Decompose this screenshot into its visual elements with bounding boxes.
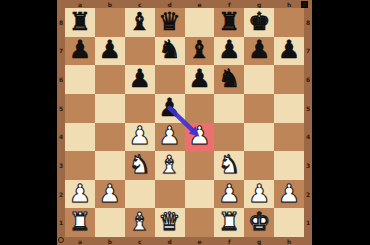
square-e7[interactable]: ♝ bbox=[185, 37, 215, 66]
file-label-h: h bbox=[274, 237, 304, 245]
file-label-d: d bbox=[155, 0, 185, 8]
file-label-b: b bbox=[95, 0, 125, 8]
rank-label-3: 3 bbox=[57, 151, 65, 180]
square-d8[interactable]: ♛ bbox=[155, 8, 185, 37]
square-h1[interactable] bbox=[274, 208, 304, 237]
square-h5[interactable] bbox=[274, 94, 304, 123]
file-label-a: a bbox=[65, 0, 95, 8]
board-squares: ♜♝♛♜♚♟♟♞♝♟♟♟♟♟♞♟♟♟♟♞♝♞♟♟♟♟♟♜♝♛♜♚ bbox=[65, 8, 304, 237]
rank-label-1: 1 bbox=[57, 208, 65, 237]
rank-label-8: 8 bbox=[57, 8, 65, 37]
square-d7[interactable]: ♞ bbox=[155, 37, 185, 66]
rank-label-7: 7 bbox=[57, 37, 65, 66]
black-king[interactable]: ♚ bbox=[248, 9, 270, 34]
rank-label-4: 4 bbox=[57, 123, 65, 152]
square-g6[interactable] bbox=[244, 65, 274, 94]
file-label-b: b bbox=[95, 237, 125, 245]
white-pawn[interactable]: ♟ bbox=[188, 123, 210, 148]
square-h7[interactable]: ♟ bbox=[274, 37, 304, 66]
black-bishop[interactable]: ♝ bbox=[128, 9, 150, 34]
black-pawn[interactable]: ♟ bbox=[248, 37, 270, 62]
square-d4[interactable]: ♟ bbox=[155, 123, 185, 152]
white-pawn[interactable]: ♟ bbox=[278, 181, 300, 206]
chess-board: abcdefgh abcdefgh 87654321 87654321 ♜♝♛♜… bbox=[57, 0, 312, 245]
square-f1[interactable]: ♜ bbox=[214, 208, 244, 237]
black-rook[interactable]: ♜ bbox=[218, 9, 240, 34]
square-e3[interactable] bbox=[185, 151, 215, 180]
file-label-g: g bbox=[244, 0, 274, 8]
square-f3[interactable]: ♞ bbox=[214, 151, 244, 180]
black-knight[interactable]: ♞ bbox=[158, 37, 180, 62]
square-f5[interactable] bbox=[214, 94, 244, 123]
black-pawn[interactable]: ♟ bbox=[99, 37, 121, 62]
file-labels-top: abcdefgh bbox=[65, 0, 304, 8]
black-pawn[interactable]: ♟ bbox=[218, 37, 240, 62]
square-a1[interactable]: ♜ bbox=[65, 208, 95, 237]
rank-label-8: 8 bbox=[304, 8, 312, 37]
rank-label-5: 5 bbox=[57, 94, 65, 123]
square-d3[interactable]: ♝ bbox=[155, 151, 185, 180]
square-c5[interactable] bbox=[125, 94, 155, 123]
black-knight[interactable]: ♞ bbox=[218, 66, 240, 91]
rank-label-6: 6 bbox=[57, 65, 65, 94]
square-g4[interactable] bbox=[244, 123, 274, 152]
square-g5[interactable] bbox=[244, 94, 274, 123]
rank-label-1: 1 bbox=[304, 208, 312, 237]
square-d2[interactable] bbox=[155, 180, 185, 209]
square-e2[interactable] bbox=[185, 180, 215, 209]
square-g1[interactable]: ♚ bbox=[244, 208, 274, 237]
white-rook[interactable]: ♜ bbox=[218, 209, 240, 234]
file-label-f: f bbox=[214, 237, 244, 245]
file-label-d: d bbox=[155, 237, 185, 245]
file-label-a: a bbox=[65, 237, 95, 245]
white-king[interactable]: ♚ bbox=[248, 209, 270, 234]
white-pawn[interactable]: ♟ bbox=[158, 123, 180, 148]
border-square-marker-icon bbox=[302, 2, 307, 7]
square-a3[interactable] bbox=[65, 151, 95, 180]
white-knight[interactable]: ♞ bbox=[128, 152, 150, 177]
square-b1[interactable] bbox=[95, 208, 125, 237]
square-d5[interactable]: ♟ bbox=[155, 94, 185, 123]
square-a2[interactable]: ♟ bbox=[65, 180, 95, 209]
white-queen[interactable]: ♛ bbox=[158, 209, 180, 234]
square-c1[interactable]: ♝ bbox=[125, 208, 155, 237]
square-g2[interactable]: ♟ bbox=[244, 180, 274, 209]
square-h4[interactable] bbox=[274, 123, 304, 152]
square-c7[interactable] bbox=[125, 37, 155, 66]
black-pawn[interactable]: ♟ bbox=[188, 66, 210, 91]
black-bishop[interactable]: ♝ bbox=[188, 37, 210, 62]
square-g7[interactable]: ♟ bbox=[244, 37, 274, 66]
rank-label-4: 4 bbox=[304, 123, 312, 152]
square-b8[interactable] bbox=[95, 8, 125, 37]
square-h2[interactable]: ♟ bbox=[274, 180, 304, 209]
square-f7[interactable]: ♟ bbox=[214, 37, 244, 66]
square-h3[interactable] bbox=[274, 151, 304, 180]
square-c3[interactable]: ♞ bbox=[125, 151, 155, 180]
square-e6[interactable]: ♟ bbox=[185, 65, 215, 94]
file-label-f: f bbox=[214, 0, 244, 8]
square-f4[interactable] bbox=[214, 123, 244, 152]
border-circle-marker-icon bbox=[58, 237, 64, 243]
file-label-e: e bbox=[185, 237, 215, 245]
square-f8[interactable]: ♜ bbox=[214, 8, 244, 37]
rank-label-2: 2 bbox=[57, 180, 65, 209]
black-pawn[interactable]: ♟ bbox=[278, 37, 300, 62]
square-c8[interactable]: ♝ bbox=[125, 8, 155, 37]
black-pawn[interactable]: ♟ bbox=[69, 37, 91, 62]
square-b5[interactable] bbox=[95, 94, 125, 123]
rank-label-3: 3 bbox=[304, 151, 312, 180]
square-a5[interactable] bbox=[65, 94, 95, 123]
square-d6[interactable] bbox=[155, 65, 185, 94]
square-c6[interactable]: ♟ bbox=[125, 65, 155, 94]
square-c4[interactable]: ♟ bbox=[125, 123, 155, 152]
white-bishop[interactable]: ♝ bbox=[158, 152, 180, 177]
square-a7[interactable]: ♟ bbox=[65, 37, 95, 66]
rank-labels-left: 87654321 bbox=[57, 8, 65, 237]
square-f6[interactable]: ♞ bbox=[214, 65, 244, 94]
square-g3[interactable] bbox=[244, 151, 274, 180]
square-h8[interactable] bbox=[274, 8, 304, 37]
file-label-c: c bbox=[125, 237, 155, 245]
square-f2[interactable]: ♟ bbox=[214, 180, 244, 209]
black-rook[interactable]: ♜ bbox=[69, 9, 91, 34]
white-pawn[interactable]: ♟ bbox=[69, 181, 91, 206]
square-b2[interactable]: ♟ bbox=[95, 180, 125, 209]
square-b6[interactable] bbox=[95, 65, 125, 94]
rank-label-6: 6 bbox=[304, 65, 312, 94]
white-bishop[interactable]: ♝ bbox=[128, 209, 150, 234]
square-b3[interactable] bbox=[95, 151, 125, 180]
white-rook[interactable]: ♜ bbox=[69, 209, 91, 234]
white-pawn[interactable]: ♟ bbox=[128, 123, 150, 148]
rank-label-5: 5 bbox=[304, 94, 312, 123]
square-a4[interactable] bbox=[65, 123, 95, 152]
square-a6[interactable] bbox=[65, 65, 95, 94]
black-pawn[interactable]: ♟ bbox=[158, 95, 180, 120]
file-label-e: e bbox=[185, 0, 215, 8]
file-label-c: c bbox=[125, 0, 155, 8]
white-pawn[interactable]: ♟ bbox=[218, 181, 240, 206]
video-frame: abcdefgh abcdefgh 87654321 87654321 ♜♝♛♜… bbox=[0, 0, 370, 245]
square-e8[interactable] bbox=[185, 8, 215, 37]
rank-label-7: 7 bbox=[304, 37, 312, 66]
square-d1[interactable]: ♛ bbox=[155, 208, 185, 237]
black-queen[interactable]: ♛ bbox=[158, 9, 180, 34]
square-a8[interactable]: ♜ bbox=[65, 8, 95, 37]
black-pawn[interactable]: ♟ bbox=[128, 66, 150, 91]
rank-label-2: 2 bbox=[304, 180, 312, 209]
rank-labels-right: 87654321 bbox=[304, 8, 312, 237]
white-pawn[interactable]: ♟ bbox=[99, 181, 121, 206]
square-c2[interactable] bbox=[125, 180, 155, 209]
square-e4[interactable]: ♟ bbox=[185, 123, 215, 152]
square-b7[interactable]: ♟ bbox=[95, 37, 125, 66]
square-g8[interactable]: ♚ bbox=[244, 8, 274, 37]
file-labels-bottom: abcdefgh bbox=[65, 237, 304, 245]
white-knight[interactable]: ♞ bbox=[218, 152, 240, 177]
file-label-g: g bbox=[244, 237, 274, 245]
square-h6[interactable] bbox=[274, 65, 304, 94]
square-e5[interactable] bbox=[185, 94, 215, 123]
white-pawn[interactable]: ♟ bbox=[248, 181, 270, 206]
square-e1[interactable] bbox=[185, 208, 215, 237]
square-b4[interactable] bbox=[95, 123, 125, 152]
file-label-h: h bbox=[274, 0, 304, 8]
